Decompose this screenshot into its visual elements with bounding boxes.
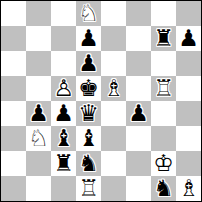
black-bishop-c3: ♝♝: [51, 126, 76, 151]
square-f8[interactable]: [126, 1, 151, 26]
square-d6[interactable]: ♟♟: [76, 51, 101, 76]
piece-glyph: ♟: [126, 101, 151, 126]
white-bishop-h1: ♝♗: [176, 176, 201, 201]
piece-glyph: ♔: [151, 151, 176, 176]
square-b3[interactable]: ♞♘: [26, 126, 51, 151]
square-a3[interactable]: [1, 126, 26, 151]
black-king-d5: ♚♚: [76, 76, 101, 101]
piece-glyph: ♝: [51, 126, 76, 151]
square-c2[interactable]: ♜♜: [51, 151, 76, 176]
white-bishop-e5: ♝♗: [101, 76, 126, 101]
piece-glyph: ♖: [76, 176, 101, 201]
piece-glyph: ♟: [176, 26, 201, 51]
square-e4[interactable]: [101, 101, 126, 126]
square-g7[interactable]: ♜♜: [151, 26, 176, 51]
piece-glyph: ♛: [76, 101, 101, 126]
square-b6[interactable]: [26, 51, 51, 76]
square-f1[interactable]: [126, 176, 151, 201]
square-e2[interactable]: [101, 151, 126, 176]
black-knight-d2: ♞♞: [76, 151, 101, 176]
square-h8[interactable]: [176, 1, 201, 26]
black-pawn-d6: ♟♟: [76, 51, 101, 76]
white-king-g2: ♚♔: [151, 151, 176, 176]
black-pawn-b4: ♟♟: [26, 101, 51, 126]
piece-glyph: ♞: [151, 176, 176, 201]
piece-glyph: ♝: [76, 126, 101, 151]
square-h6[interactable]: [176, 51, 201, 76]
square-g4[interactable]: [151, 101, 176, 126]
square-h3[interactable]: [176, 126, 201, 151]
square-a2[interactable]: [1, 151, 26, 176]
black-knight-g1: ♞♞: [151, 176, 176, 201]
square-c5[interactable]: ♟♙: [51, 76, 76, 101]
square-d5[interactable]: ♚♚: [76, 76, 101, 101]
black-pawn-c4: ♟♟: [51, 101, 76, 126]
square-d1[interactable]: ♜♖: [76, 176, 101, 201]
piece-glyph: ♙: [51, 76, 76, 101]
black-bishop-d3: ♝♝: [76, 126, 101, 151]
square-d3[interactable]: ♝♝: [76, 126, 101, 151]
square-c1[interactable]: [51, 176, 76, 201]
square-f7[interactable]: [126, 26, 151, 51]
black-pawn-h7: ♟♟: [176, 26, 201, 51]
square-b8[interactable]: [26, 1, 51, 26]
square-a8[interactable]: [1, 1, 26, 26]
square-e8[interactable]: [101, 1, 126, 26]
white-pawn-c5: ♟♙: [51, 76, 76, 101]
square-d4[interactable]: ♛♛: [76, 101, 101, 126]
square-e6[interactable]: [101, 51, 126, 76]
square-g2[interactable]: ♚♔: [151, 151, 176, 176]
piece-glyph: ♖: [151, 76, 176, 101]
square-c4[interactable]: ♟♟: [51, 101, 76, 126]
square-b2[interactable]: [26, 151, 51, 176]
square-g6[interactable]: [151, 51, 176, 76]
square-f4[interactable]: ♟♟: [126, 101, 151, 126]
white-rook-d1: ♜♖: [76, 176, 101, 201]
black-pawn-f4: ♟♟: [126, 101, 151, 126]
square-c7[interactable]: [51, 26, 76, 51]
piece-glyph: ♟: [76, 26, 101, 51]
square-e5[interactable]: ♝♗: [101, 76, 126, 101]
piece-glyph: ♜: [51, 151, 76, 176]
square-c3[interactable]: ♝♝: [51, 126, 76, 151]
square-e7[interactable]: [101, 26, 126, 51]
square-b1[interactable]: [26, 176, 51, 201]
square-d8[interactable]: ♞♘: [76, 1, 101, 26]
square-g8[interactable]: [151, 1, 176, 26]
white-knight-b3: ♞♘: [26, 126, 51, 151]
piece-glyph: ♗: [176, 176, 201, 201]
square-g5[interactable]: ♜♖: [151, 76, 176, 101]
square-f6[interactable]: [126, 51, 151, 76]
black-pawn-d7: ♟♟: [76, 26, 101, 51]
square-h4[interactable]: [176, 101, 201, 126]
square-f2[interactable]: [126, 151, 151, 176]
white-rook-g5: ♜♖: [151, 76, 176, 101]
piece-glyph: ♟: [26, 101, 51, 126]
square-a7[interactable]: [1, 26, 26, 51]
piece-glyph: ♘: [76, 1, 101, 26]
piece-glyph: ♘: [26, 126, 51, 151]
square-g1[interactable]: ♞♞: [151, 176, 176, 201]
square-a6[interactable]: [1, 51, 26, 76]
black-rook-c2: ♜♜: [51, 151, 76, 176]
square-b5[interactable]: [26, 76, 51, 101]
piece-glyph: ♟: [76, 51, 101, 76]
square-b7[interactable]: [26, 26, 51, 51]
square-e1[interactable]: [101, 176, 126, 201]
chess-board: ♞♘♟♟♜♜♟♟♟♟♟♙♚♚♝♗♜♖♟♟♟♟♛♛♟♟♞♘♝♝♝♝♜♜♞♞♚♔♜♖…: [0, 0, 202, 202]
square-e3[interactable]: [101, 126, 126, 151]
piece-glyph: ♟: [51, 101, 76, 126]
square-h7[interactable]: ♟♟: [176, 26, 201, 51]
square-f3[interactable]: [126, 126, 151, 151]
square-d7[interactable]: ♟♟: [76, 26, 101, 51]
black-rook-g7: ♜♜: [151, 26, 176, 51]
square-g3[interactable]: [151, 126, 176, 151]
white-knight-d8: ♞♘: [76, 1, 101, 26]
square-a4[interactable]: [1, 101, 26, 126]
square-c8[interactable]: [51, 1, 76, 26]
square-h5[interactable]: [176, 76, 201, 101]
square-h1[interactable]: ♝♗: [176, 176, 201, 201]
black-queen-d4: ♛♛: [76, 101, 101, 126]
piece-glyph: ♚: [76, 76, 101, 101]
square-d2[interactable]: ♞♞: [76, 151, 101, 176]
square-a5[interactable]: [1, 76, 26, 101]
square-c6[interactable]: [51, 51, 76, 76]
square-b4[interactable]: ♟♟: [26, 101, 51, 126]
square-f5[interactable]: [126, 76, 151, 101]
square-a1[interactable]: [1, 176, 26, 201]
piece-glyph: ♜: [151, 26, 176, 51]
piece-glyph: ♞: [76, 151, 101, 176]
piece-glyph: ♗: [101, 76, 126, 101]
square-h2[interactable]: [176, 151, 201, 176]
